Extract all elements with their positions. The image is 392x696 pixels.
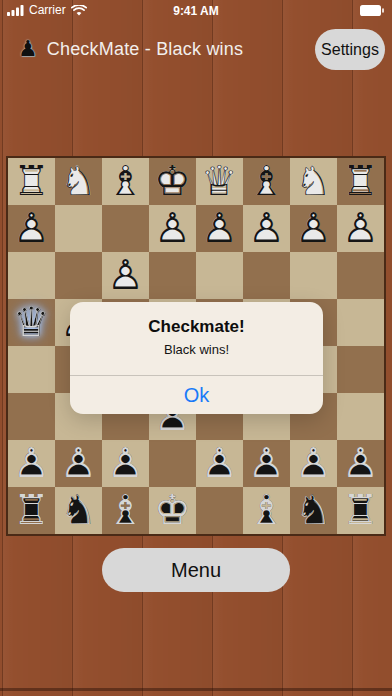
- white-pawn-outline: ♙: [337, 205, 384, 252]
- square-e7[interactable]: [149, 440, 196, 487]
- black-pawn-outline: ♙: [102, 440, 149, 487]
- square-g3[interactable]: [55, 252, 102, 299]
- square-d1[interactable]: ♛♕: [196, 158, 243, 205]
- white-rook-piece[interactable]: ♜♖: [337, 158, 384, 205]
- square-e1[interactable]: ♚♔: [149, 158, 196, 205]
- white-knight-outline: ♘: [55, 158, 102, 205]
- square-d3[interactable]: [196, 252, 243, 299]
- white-pawn-outline: ♙: [243, 205, 290, 252]
- white-rook-piece[interactable]: ♜♖: [8, 158, 55, 205]
- square-c7[interactable]: ♟♙: [243, 440, 290, 487]
- square-c1[interactable]: ♝♗: [243, 158, 290, 205]
- black-knight-piece[interactable]: ♞♘: [55, 487, 102, 534]
- square-c8[interactable]: ♝♗: [243, 487, 290, 534]
- black-bishop-piece[interactable]: ♝♗: [102, 487, 149, 534]
- white-bishop-piece[interactable]: ♝♗: [102, 158, 149, 205]
- white-pawn-outline: ♙: [102, 252, 149, 299]
- black-pawn-piece[interactable]: ♟♙: [55, 440, 102, 487]
- square-a4[interactable]: [337, 299, 384, 346]
- square-c2[interactable]: ♟♙: [243, 205, 290, 252]
- square-f7[interactable]: ♟♙: [102, 440, 149, 487]
- black-queen-piece[interactable]: ♛♕: [8, 299, 55, 346]
- page-title: CheckMate - Black wins: [47, 39, 243, 60]
- status-bar: Carrier 9:41 AM: [0, 0, 392, 25]
- white-pawn-piece[interactable]: ♟♙: [8, 205, 55, 252]
- square-f3[interactable]: ♟♙: [102, 252, 149, 299]
- dialog-message: Black wins!: [70, 342, 323, 357]
- square-a7[interactable]: ♟♙: [337, 440, 384, 487]
- app-title-row: ♟ CheckMate - Black wins: [18, 36, 243, 62]
- square-h5[interactable]: [8, 346, 55, 393]
- black-rook-piece[interactable]: ♜♖: [8, 487, 55, 534]
- white-pawn-piece[interactable]: ♟♙: [290, 205, 337, 252]
- black-bishop-outline: ♗: [243, 487, 290, 534]
- white-king-outline: ♔: [149, 158, 196, 205]
- black-pawn-outline: ♙: [196, 440, 243, 487]
- black-rook-piece[interactable]: ♜♖: [337, 487, 384, 534]
- square-g1[interactable]: ♞♘: [55, 158, 102, 205]
- black-pawn-icon: ♟: [18, 36, 38, 62]
- square-e8[interactable]: ♚♔: [149, 487, 196, 534]
- square-b7[interactable]: ♟♙: [290, 440, 337, 487]
- square-g8[interactable]: ♞♘: [55, 487, 102, 534]
- square-d7[interactable]: ♟♙: [196, 440, 243, 487]
- square-h8[interactable]: ♜♖: [8, 487, 55, 534]
- black-queen-outline: ♕: [8, 299, 55, 346]
- black-pawn-outline: ♙: [8, 440, 55, 487]
- square-f1[interactable]: ♝♗: [102, 158, 149, 205]
- white-bishop-piece[interactable]: ♝♗: [243, 158, 290, 205]
- square-b2[interactable]: ♟♙: [290, 205, 337, 252]
- black-knight-piece[interactable]: ♞♘: [290, 487, 337, 534]
- white-pawn-piece[interactable]: ♟♙: [149, 205, 196, 252]
- square-e3[interactable]: [149, 252, 196, 299]
- square-f8[interactable]: ♝♗: [102, 487, 149, 534]
- black-rook-outline: ♖: [337, 487, 384, 534]
- square-g2[interactable]: [55, 205, 102, 252]
- square-h1[interactable]: ♜♖: [8, 158, 55, 205]
- white-pawn-piece[interactable]: ♟♙: [196, 205, 243, 252]
- black-pawn-piece[interactable]: ♟♙: [290, 440, 337, 487]
- square-b1[interactable]: ♞♘: [290, 158, 337, 205]
- square-f2[interactable]: [102, 205, 149, 252]
- white-pawn-piece[interactable]: ♟♙: [243, 205, 290, 252]
- white-pawn-outline: ♙: [8, 205, 55, 252]
- black-king-outline: ♔: [149, 487, 196, 534]
- square-b8[interactable]: ♞♘: [290, 487, 337, 534]
- black-knight-outline: ♘: [290, 487, 337, 534]
- white-knight-outline: ♘: [290, 158, 337, 205]
- white-pawn-piece[interactable]: ♟♙: [102, 252, 149, 299]
- square-a5[interactable]: [337, 346, 384, 393]
- white-knight-piece[interactable]: ♞♘: [55, 158, 102, 205]
- dialog-title: Checkmate!: [70, 317, 323, 337]
- square-b3[interactable]: [290, 252, 337, 299]
- white-queen-piece[interactable]: ♛♕: [196, 158, 243, 205]
- white-knight-piece[interactable]: ♞♘: [290, 158, 337, 205]
- wood-plank-seam: [0, 688, 392, 691]
- clock: 9:41 AM: [0, 4, 392, 18]
- square-d2[interactable]: ♟♙: [196, 205, 243, 252]
- black-pawn-outline: ♙: [243, 440, 290, 487]
- square-a2[interactable]: ♟♙: [337, 205, 384, 252]
- settings-button[interactable]: Settings: [315, 29, 385, 70]
- white-rook-outline: ♖: [8, 158, 55, 205]
- black-pawn-outline: ♙: [290, 440, 337, 487]
- black-pawn-outline: ♙: [55, 440, 102, 487]
- black-pawn-piece[interactable]: ♟♙: [8, 440, 55, 487]
- white-pawn-outline: ♙: [196, 205, 243, 252]
- white-king-piece[interactable]: ♚♔: [149, 158, 196, 205]
- white-pawn-outline: ♙: [290, 205, 337, 252]
- checkmate-dialog: Checkmate! Black wins! Ok: [70, 302, 323, 414]
- black-pawn-piece[interactable]: ♟♙: [102, 440, 149, 487]
- square-a1[interactable]: ♜♖: [337, 158, 384, 205]
- white-rook-outline: ♖: [337, 158, 384, 205]
- square-h4[interactable]: ♛♕: [8, 299, 55, 346]
- black-pawn-piece[interactable]: ♟♙: [337, 440, 384, 487]
- square-a6[interactable]: [337, 393, 384, 440]
- square-g7[interactable]: ♟♙: [55, 440, 102, 487]
- black-pawn-piece[interactable]: ♟♙: [196, 440, 243, 487]
- square-e2[interactable]: ♟♙: [149, 205, 196, 252]
- black-bishop-outline: ♗: [102, 487, 149, 534]
- menu-button[interactable]: Menu: [102, 548, 290, 592]
- black-pawn-piece[interactable]: ♟♙: [243, 440, 290, 487]
- battery-icon: [360, 5, 384, 16]
- black-rook-outline: ♖: [8, 487, 55, 534]
- ok-button[interactable]: Ok: [70, 376, 323, 414]
- black-knight-outline: ♘: [55, 487, 102, 534]
- white-pawn-outline: ♙: [149, 205, 196, 252]
- square-h2[interactable]: ♟♙: [8, 205, 55, 252]
- white-bishop-outline: ♗: [243, 158, 290, 205]
- white-bishop-outline: ♗: [102, 158, 149, 205]
- square-h7[interactable]: ♟♙: [8, 440, 55, 487]
- black-pawn-outline: ♙: [337, 440, 384, 487]
- square-h3[interactable]: [8, 252, 55, 299]
- square-d8[interactable]: [196, 487, 243, 534]
- square-h6[interactable]: [8, 393, 55, 440]
- square-a3[interactable]: [337, 252, 384, 299]
- black-king-piece[interactable]: ♚♔: [149, 487, 196, 534]
- white-pawn-piece[interactable]: ♟♙: [337, 205, 384, 252]
- square-c3[interactable]: [243, 252, 290, 299]
- white-queen-outline: ♕: [196, 158, 243, 205]
- square-a8[interactable]: ♜♖: [337, 487, 384, 534]
- black-bishop-piece[interactable]: ♝♗: [243, 487, 290, 534]
